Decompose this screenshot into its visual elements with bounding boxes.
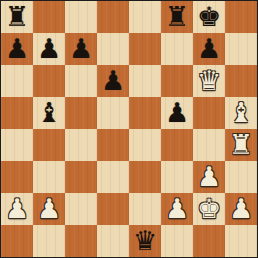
square-a1[interactable] (1, 225, 33, 257)
square-g7[interactable]: ♟ (193, 33, 225, 65)
piece-black-rook[interactable]: ♜ (165, 1, 189, 33)
square-c6[interactable] (65, 65, 97, 97)
square-e7[interactable] (129, 33, 161, 65)
piece-black-pawn[interactable]: ♟ (101, 65, 125, 97)
square-a6[interactable] (1, 65, 33, 97)
square-f1[interactable] (161, 225, 193, 257)
piece-white-pawn[interactable]: ♟ (165, 193, 189, 225)
piece-black-pawn[interactable]: ♟ (165, 97, 189, 129)
square-f2[interactable]: ♟ (161, 193, 193, 225)
square-h5[interactable]: ♝ (225, 97, 257, 129)
square-a8[interactable]: ♜ (1, 1, 33, 33)
piece-black-queen[interactable]: ♛ (133, 225, 157, 257)
square-b6[interactable] (33, 65, 65, 97)
square-e3[interactable] (129, 161, 161, 193)
square-g6[interactable]: ♛ (193, 65, 225, 97)
square-h3[interactable] (225, 161, 257, 193)
square-h2[interactable]: ♟ (225, 193, 257, 225)
square-h6[interactable] (225, 65, 257, 97)
square-g1[interactable] (193, 225, 225, 257)
square-h8[interactable] (225, 1, 257, 33)
square-d2[interactable] (97, 193, 129, 225)
piece-black-pawn[interactable]: ♟ (37, 33, 61, 65)
square-d8[interactable] (97, 1, 129, 33)
square-c3[interactable] (65, 161, 97, 193)
square-a7[interactable]: ♟ (1, 33, 33, 65)
piece-white-pawn[interactable]: ♟ (5, 193, 29, 225)
piece-white-pawn[interactable]: ♟ (197, 161, 221, 193)
square-e6[interactable] (129, 65, 161, 97)
square-b8[interactable] (33, 1, 65, 33)
square-f4[interactable] (161, 129, 193, 161)
square-h1[interactable] (225, 225, 257, 257)
piece-white-king[interactable]: ♚ (197, 193, 221, 225)
square-c2[interactable] (65, 193, 97, 225)
square-g8[interactable]: ♚ (193, 1, 225, 33)
square-d7[interactable] (97, 33, 129, 65)
piece-white-bishop[interactable]: ♝ (229, 97, 253, 129)
piece-black-king[interactable]: ♚ (197, 1, 221, 33)
square-d1[interactable] (97, 225, 129, 257)
square-c7[interactable]: ♟ (65, 33, 97, 65)
square-h7[interactable] (225, 33, 257, 65)
piece-black-pawn[interactable]: ♟ (5, 33, 29, 65)
piece-white-rook[interactable]: ♜ (229, 129, 253, 161)
square-f3[interactable] (161, 161, 193, 193)
square-g4[interactable] (193, 129, 225, 161)
square-g3[interactable]: ♟ (193, 161, 225, 193)
square-d6[interactable]: ♟ (97, 65, 129, 97)
piece-white-pawn[interactable]: ♟ (229, 193, 253, 225)
square-f6[interactable] (161, 65, 193, 97)
square-e5[interactable] (129, 97, 161, 129)
square-c8[interactable] (65, 1, 97, 33)
square-b5[interactable]: ♝ (33, 97, 65, 129)
square-f5[interactable]: ♟ (161, 97, 193, 129)
square-b3[interactable] (33, 161, 65, 193)
square-b1[interactable] (33, 225, 65, 257)
square-a4[interactable] (1, 129, 33, 161)
square-e2[interactable] (129, 193, 161, 225)
square-h4[interactable]: ♜ (225, 129, 257, 161)
square-d4[interactable] (97, 129, 129, 161)
square-d3[interactable] (97, 161, 129, 193)
piece-black-pawn[interactable]: ♟ (69, 33, 93, 65)
piece-white-pawn[interactable]: ♟ (37, 193, 61, 225)
square-c1[interactable] (65, 225, 97, 257)
square-f7[interactable] (161, 33, 193, 65)
square-a3[interactable] (1, 161, 33, 193)
square-a5[interactable] (1, 97, 33, 129)
piece-black-rook[interactable]: ♜ (5, 1, 29, 33)
chess-board: ♜♜♚♟♟♟♟♟♛♝♟♝♜♟♟♟♟♚♟♛ (0, 0, 258, 258)
square-a2[interactable]: ♟ (1, 193, 33, 225)
square-c4[interactable] (65, 129, 97, 161)
piece-white-queen[interactable]: ♛ (197, 65, 221, 97)
square-f8[interactable]: ♜ (161, 1, 193, 33)
square-c5[interactable] (65, 97, 97, 129)
square-e8[interactable] (129, 1, 161, 33)
piece-black-bishop[interactable]: ♝ (37, 97, 61, 129)
square-b4[interactable] (33, 129, 65, 161)
square-e1[interactable]: ♛ (129, 225, 161, 257)
square-b2[interactable]: ♟ (33, 193, 65, 225)
square-d5[interactable] (97, 97, 129, 129)
square-g2[interactable]: ♚ (193, 193, 225, 225)
square-e4[interactable] (129, 129, 161, 161)
square-b7[interactable]: ♟ (33, 33, 65, 65)
piece-black-pawn[interactable]: ♟ (197, 33, 221, 65)
square-g5[interactable] (193, 97, 225, 129)
